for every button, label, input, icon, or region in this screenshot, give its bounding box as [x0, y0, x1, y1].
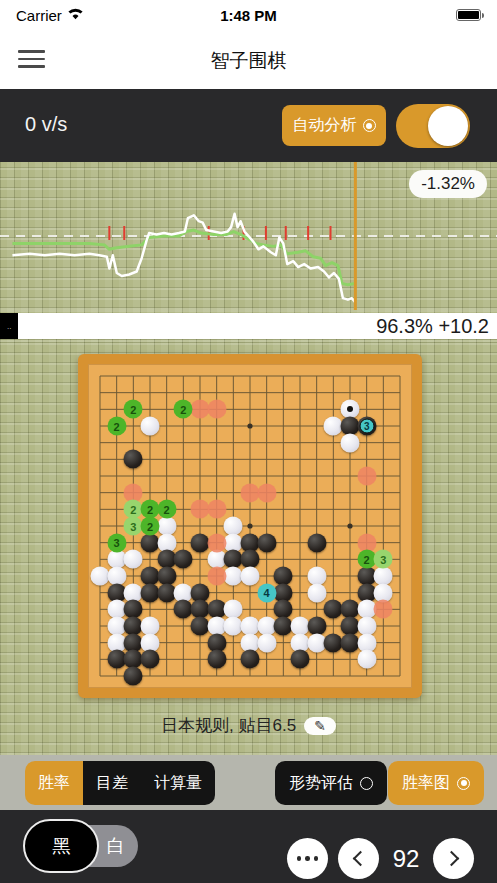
stone-black — [124, 450, 143, 469]
winrate-chart[interactable]: -1.32% — [0, 162, 497, 310]
move-delta-badge: -1.32% — [409, 170, 487, 198]
stone-white — [357, 650, 376, 669]
analysis-toggle[interactable] — [396, 104, 470, 148]
candidate-move-mark: 2 — [107, 417, 126, 436]
salmon-ownership-mark — [357, 467, 376, 486]
stone-white — [241, 567, 260, 586]
stone-white — [141, 417, 160, 436]
go-board[interactable]: 2222223232334 — [78, 354, 422, 698]
prev-move-button[interactable] — [338, 838, 379, 879]
stone-black — [291, 650, 310, 669]
app-window: Carrier 1:48 PM 智子围棋 0 v/s 自动分析 -1.32% .… — [0, 0, 497, 883]
black-option-selected[interactable]: 黑 — [23, 819, 99, 873]
tab-winrate[interactable]: 胜率 — [25, 761, 83, 805]
analysis-panel: 0 v/s 自动分析 — [0, 89, 497, 162]
more-button[interactable] — [287, 838, 328, 879]
radio-selected-icon — [363, 119, 376, 132]
pencil-icon: ✎ — [314, 718, 326, 734]
rules-label: 日本规则, 贴目6.5 — [161, 716, 296, 735]
white-option-label: 白 — [107, 834, 125, 858]
chevron-right-icon — [444, 851, 460, 867]
move-number-mark: 4 — [257, 583, 276, 602]
stone-white — [124, 550, 143, 569]
clock: 1:48 PM — [0, 7, 497, 24]
salmon-ownership-mark — [207, 567, 226, 586]
stone-white — [341, 433, 360, 452]
stone-black — [241, 650, 260, 669]
status-bar: Carrier 1:48 PM — [0, 0, 497, 30]
next-move-button[interactable] — [433, 838, 474, 879]
chevron-left-icon — [353, 851, 369, 867]
board-area: 2222223232334 日本规则, 贴目6.5✎ — [0, 342, 497, 755]
stone-black — [207, 650, 226, 669]
page-title: 智子围棋 — [0, 48, 497, 74]
rules-line: 日本规则, 贴目6.5✎ — [0, 714, 497, 737]
stone-white — [307, 583, 326, 602]
radio-unselected-icon — [360, 777, 373, 790]
nav-bar: 智子围棋 — [0, 30, 497, 89]
candidate-move-mark: 3 — [107, 533, 126, 552]
white-share-label: 96.3% +10.2 — [376, 315, 497, 338]
visits-per-second: 0 v/s — [25, 113, 67, 136]
stone-black — [257, 533, 276, 552]
move-number: 92 — [386, 845, 426, 873]
stat-segmented-control: 胜率 目差 计算量 — [25, 761, 215, 805]
navigation-bar: 白 黑 92 — [0, 810, 497, 883]
stone-black — [124, 667, 143, 686]
candidate-move-mark: 2 — [157, 500, 176, 519]
score-bar-wrap: .. 96.3% +10.2 — [0, 310, 497, 342]
bottom-toolbar: 胜率 目差 计算量 形势评估 胜率图 — [0, 755, 497, 810]
stone-white — [257, 633, 276, 652]
auto-analysis-button[interactable]: 自动分析 — [282, 105, 386, 146]
territory-eval-button[interactable]: 形势评估 — [275, 761, 387, 805]
battery-icon — [456, 9, 481, 21]
candidate-move-mark: 2 — [174, 400, 193, 419]
winrate-graph-button[interactable]: 胜率图 — [388, 761, 484, 805]
salmon-ownership-mark — [257, 483, 276, 502]
radio-selected-icon — [457, 777, 470, 790]
candidate-move-mark: 3 — [374, 550, 393, 569]
stone-black — [141, 650, 160, 669]
candidate-move-mark: 2 — [141, 517, 160, 536]
tab-score-diff[interactable]: 目差 — [83, 761, 141, 805]
salmon-ownership-mark — [374, 600, 393, 619]
winrate-bar: .. 96.3% +10.2 — [0, 313, 497, 339]
stone-black — [174, 550, 193, 569]
candidate-move-mark: 2 — [124, 400, 143, 419]
salmon-ownership-mark — [207, 533, 226, 552]
edit-rules-button[interactable]: ✎ — [304, 717, 336, 735]
toggle-knob — [428, 106, 468, 146]
salmon-ownership-mark — [207, 500, 226, 519]
stone-black — [307, 533, 326, 552]
tab-visits[interactable]: 计算量 — [141, 761, 215, 805]
move-number-mark: 3 — [359, 419, 374, 434]
ellipsis-icon — [297, 856, 319, 861]
salmon-ownership-mark — [207, 400, 226, 419]
black-share: .. — [0, 313, 18, 339]
last-move-dot — [347, 406, 353, 412]
